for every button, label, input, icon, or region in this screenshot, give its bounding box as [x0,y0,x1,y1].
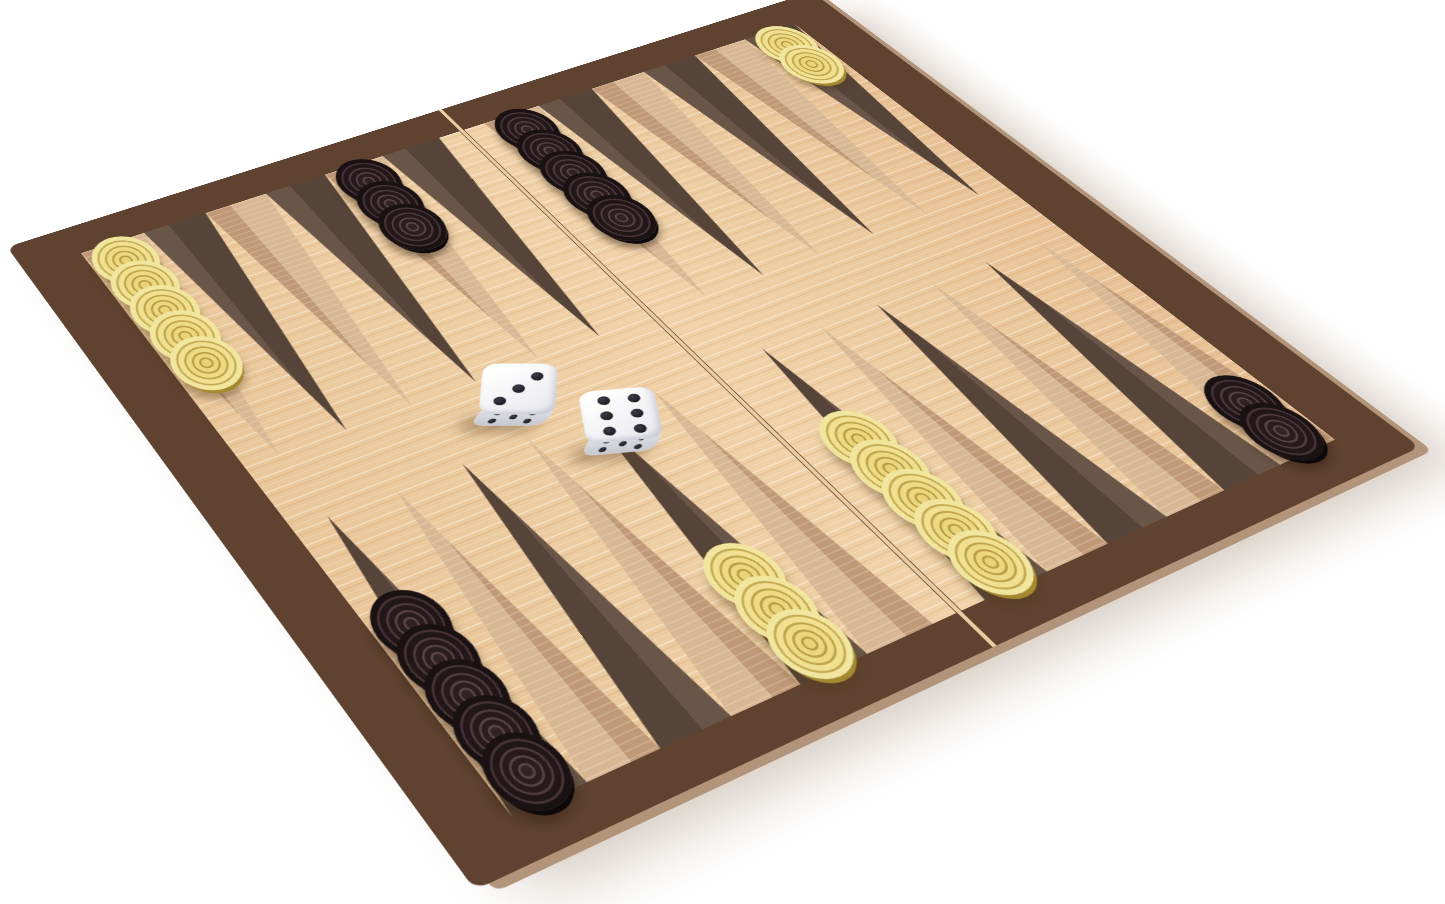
die-2[interactable] [578,386,664,444]
die-1[interactable] [478,363,557,414]
die-pip [633,444,643,450]
die-pip [630,408,644,418]
die-2-top-face-6 [578,386,664,444]
die-pip [597,396,611,406]
die-pip [493,397,506,406]
backgammon-board [7,0,1420,890]
die-pip [512,384,525,392]
die-pip [599,411,613,421]
die-pip [602,426,616,436]
die-pip [617,441,627,447]
die-pip [597,447,607,453]
die-pip [507,415,518,420]
backgammon-photo-scene [0,0,1445,904]
die-pip [627,393,641,403]
die-pip [522,419,533,424]
die-pip [531,372,544,380]
die-pip [486,419,497,424]
die-pip [633,424,648,434]
die-1-top-face-3 [478,363,557,414]
